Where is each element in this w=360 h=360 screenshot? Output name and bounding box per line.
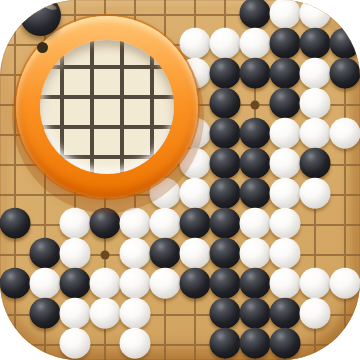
black-stone xyxy=(210,148,241,179)
black-stone xyxy=(30,238,61,269)
black-stone xyxy=(270,328,301,359)
white-stone xyxy=(30,268,61,299)
black-stone xyxy=(210,298,241,329)
white-stone xyxy=(330,118,360,149)
white-stone xyxy=(120,268,151,299)
white-stone xyxy=(270,268,301,299)
white-stone xyxy=(270,118,301,149)
white-stone xyxy=(60,328,91,359)
black-stone xyxy=(270,28,301,59)
go-board-app-icon[interactable] xyxy=(0,0,360,360)
white-stone xyxy=(300,298,331,329)
white-stone xyxy=(300,88,331,119)
white-stone xyxy=(240,238,271,269)
white-stone xyxy=(300,118,331,149)
black-stone xyxy=(240,328,271,359)
white-stone xyxy=(60,238,91,269)
white-stone xyxy=(120,238,151,269)
black-stone xyxy=(300,148,331,179)
white-stone xyxy=(330,268,360,299)
white-stone xyxy=(270,178,301,209)
black-stone xyxy=(210,178,241,209)
black-stone xyxy=(210,208,241,239)
black-stone xyxy=(210,268,241,299)
black-stone xyxy=(210,58,241,89)
star-point xyxy=(101,251,110,260)
black-stone xyxy=(240,268,271,299)
black-stone xyxy=(270,88,301,119)
white-stone xyxy=(300,178,331,209)
white-stone xyxy=(270,238,301,269)
black-stone xyxy=(0,208,31,239)
white-stone xyxy=(180,178,211,209)
white-stone xyxy=(150,268,181,299)
white-stone xyxy=(60,208,91,239)
white-stone xyxy=(180,28,211,59)
white-stone xyxy=(60,298,91,329)
white-stone xyxy=(240,28,271,59)
stone-highlight xyxy=(42,2,57,11)
magnifier-board-view xyxy=(40,40,174,174)
white-stone xyxy=(90,268,121,299)
white-stone xyxy=(90,298,121,329)
black-stone xyxy=(240,148,271,179)
black-stone xyxy=(210,328,241,359)
black-stone xyxy=(210,238,241,269)
black-stone xyxy=(0,268,31,299)
white-stone xyxy=(270,208,301,239)
black-stone xyxy=(240,178,271,209)
black-stone xyxy=(330,58,360,89)
black-stone xyxy=(300,28,331,59)
white-stone xyxy=(120,328,151,359)
white-stone xyxy=(150,208,181,239)
white-stone xyxy=(210,28,241,59)
black-stone xyxy=(240,118,271,149)
black-stone xyxy=(150,238,181,269)
white-stone xyxy=(300,58,331,89)
white-stone xyxy=(120,298,151,329)
black-stone xyxy=(270,298,301,329)
magnified-star-point-icon xyxy=(37,42,48,53)
go-app-icon-stage xyxy=(0,0,360,360)
black-stone xyxy=(180,268,211,299)
black-stone xyxy=(330,28,360,59)
black-stone xyxy=(270,58,301,89)
star-point xyxy=(251,101,260,110)
black-stone xyxy=(210,88,241,119)
black-stone xyxy=(240,298,271,329)
black-stone xyxy=(210,118,241,149)
black-stone xyxy=(60,268,91,299)
white-stone xyxy=(270,148,301,179)
white-stone xyxy=(180,238,211,269)
white-stone xyxy=(120,208,151,239)
black-stone xyxy=(180,208,211,239)
black-stone xyxy=(240,58,271,89)
white-stone xyxy=(300,268,331,299)
black-stone xyxy=(30,298,61,329)
white-stone xyxy=(240,208,271,239)
